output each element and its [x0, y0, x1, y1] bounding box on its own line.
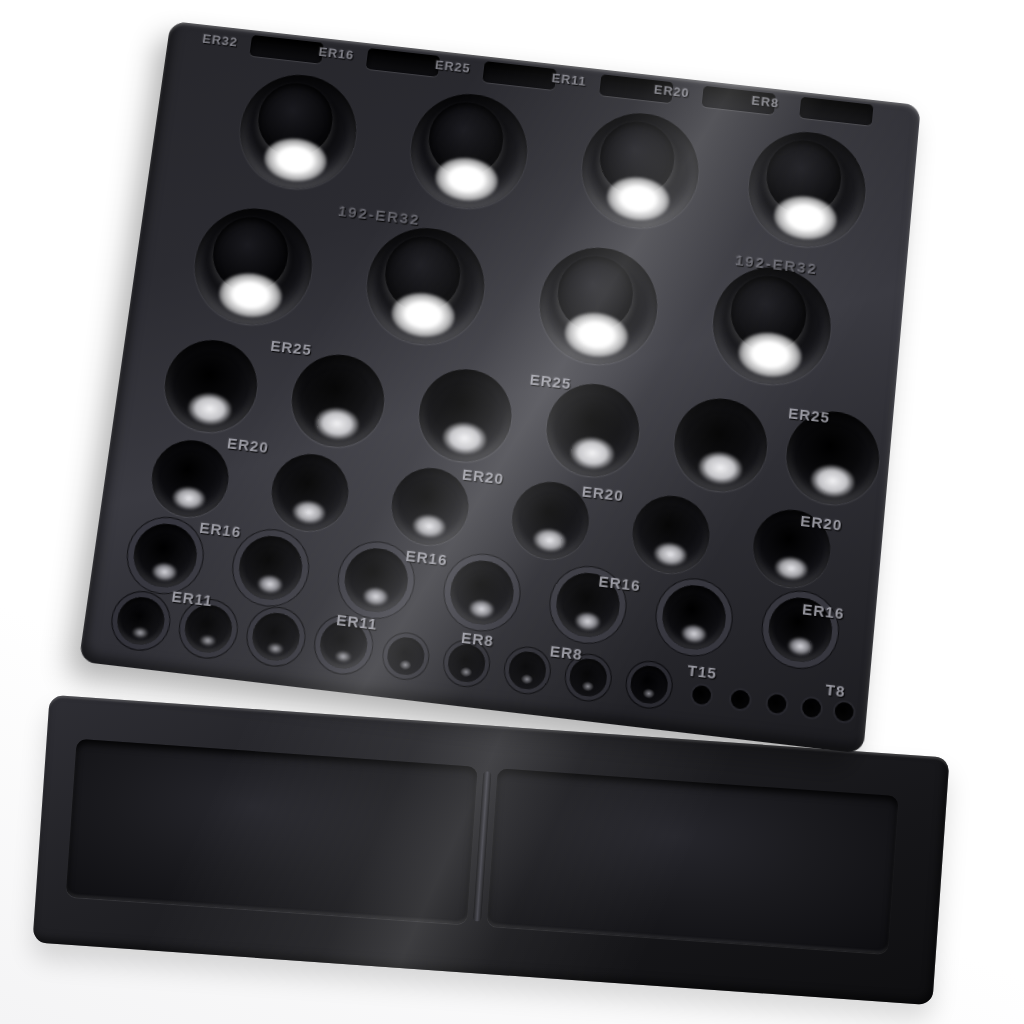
hole-er25-row [670, 394, 771, 496]
engraving-er25: ER25 [529, 371, 572, 393]
hole-er32-row-2 [707, 261, 835, 390]
base-tray-compartment-left [66, 739, 478, 925]
hole-er11-group [114, 595, 167, 647]
hole-er8-group [568, 657, 609, 698]
product-photo: ER32ER16ER25ER11ER20ER8192-ER32192-ER32E… [0, 0, 1024, 1024]
hole-torx-group [802, 698, 822, 719]
wrench-slot [249, 35, 323, 64]
hole-torx-group [730, 689, 750, 710]
hole-er16-row [659, 582, 728, 653]
hole-er32-row-1 [743, 126, 870, 253]
wrench-slot-label: ER16 [318, 44, 355, 62]
hole-er32-row-2 [360, 222, 491, 350]
base-tray-compartment-right [487, 768, 899, 954]
hole-er8-group [507, 650, 548, 691]
hole-er25-row [542, 379, 644, 481]
engraving-t8: T8 [825, 680, 846, 700]
hole-er32-row-2 [534, 242, 663, 371]
hole-er8-group [629, 664, 669, 705]
hole-er20-row [629, 492, 713, 578]
hole-er16-row [341, 545, 411, 615]
hole-torx-group [692, 685, 712, 706]
engraving-er25: ER25 [270, 337, 313, 358]
engraving-er11: ER11 [171, 587, 214, 609]
engraving-t15: T15 [687, 661, 718, 682]
hole-er20-row [267, 450, 353, 535]
hole-er8-group [385, 636, 426, 677]
wrench-slot-label: ER25 [434, 58, 471, 76]
wrench-slot-label: ER8 [751, 93, 780, 110]
engraving-er20: ER20 [581, 482, 624, 504]
hole-er32-row-1 [404, 88, 533, 214]
hole-torx-group [767, 693, 787, 714]
wrench-slot [799, 97, 873, 126]
engraving-192-er32: 192-ER32 [337, 202, 421, 228]
hole-er11-group [182, 603, 235, 656]
engraving-er20: ER20 [226, 434, 270, 456]
hole-er32-row-1 [233, 69, 363, 195]
hole-er16-row [447, 557, 517, 627]
hole-er32-row-2 [187, 203, 319, 331]
hole-er25-row [286, 350, 389, 452]
hole-er16-row [130, 521, 201, 591]
hole-er11-group [250, 610, 303, 663]
hole-er25-row [159, 335, 263, 437]
hole-torx-group [834, 701, 854, 722]
hole-er16-row [235, 533, 306, 603]
hole-er20-row [508, 478, 593, 563]
hole-er8-group [446, 643, 487, 684]
wrench-slot [482, 61, 556, 90]
wrench-slot-label: ER11 [551, 71, 587, 89]
wrench-slot [366, 48, 440, 77]
hole-er20-row [147, 436, 233, 521]
engraving-er16: ER16 [199, 519, 243, 541]
hole-er20-row [387, 464, 472, 549]
engraving-er25: ER25 [788, 404, 831, 426]
hole-er32-row-1 [576, 107, 704, 233]
hole-er25-row [414, 364, 516, 466]
collet-tray: ER32ER16ER25ER11ER20ER8192-ER32192-ER32E… [79, 21, 921, 754]
wrench-slot-label: ER32 [202, 31, 239, 49]
engraving-er20: ER20 [461, 466, 505, 488]
engraving-er8: ER8 [549, 642, 584, 663]
engraving-er8: ER8 [460, 628, 495, 649]
engraving-er16: ER16 [405, 547, 449, 569]
